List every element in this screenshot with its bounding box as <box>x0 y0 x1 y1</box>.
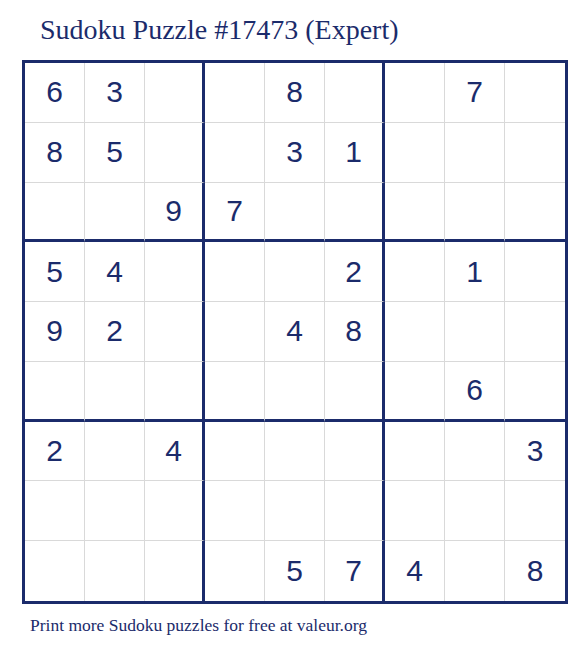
sudoku-cell <box>205 302 265 362</box>
sudoku-cell <box>445 422 505 482</box>
sudoku-cell <box>25 481 85 541</box>
sudoku-cell: 2 <box>85 302 145 362</box>
sudoku-cell <box>385 481 445 541</box>
sudoku-cell: 7 <box>205 183 265 243</box>
sudoku-board: 63878531975421924862435748 <box>22 60 568 604</box>
sudoku-cell <box>385 242 445 302</box>
sudoku-cell: 2 <box>25 422 85 482</box>
sudoku-cell: 4 <box>145 422 205 482</box>
sudoku-cell <box>505 362 565 422</box>
sudoku-cell: 8 <box>265 63 325 123</box>
sudoku-cell: 6 <box>445 362 505 422</box>
sudoku-cell: 3 <box>265 123 325 183</box>
sudoku-cell: 9 <box>145 183 205 243</box>
page-title: Sudoku Puzzle #17473 (Expert) <box>40 14 399 46</box>
sudoku-cell <box>505 123 565 183</box>
sudoku-cell <box>85 541 145 601</box>
sudoku-cell: 5 <box>85 123 145 183</box>
sudoku-cell <box>385 63 445 123</box>
sudoku-cell <box>325 183 385 243</box>
sudoku-cell: 2 <box>325 242 385 302</box>
sudoku-cell <box>85 422 145 482</box>
sudoku-cell: 3 <box>505 422 565 482</box>
sudoku-cell <box>445 123 505 183</box>
sudoku-cell <box>385 183 445 243</box>
sudoku-cell <box>265 422 325 482</box>
sudoku-cell <box>25 362 85 422</box>
sudoku-cell <box>505 302 565 362</box>
sudoku-cell <box>205 362 265 422</box>
sudoku-cell <box>385 422 445 482</box>
sudoku-cell: 8 <box>325 302 385 362</box>
sudoku-cell <box>205 481 265 541</box>
sudoku-cell <box>145 541 205 601</box>
sudoku-cell <box>205 123 265 183</box>
sudoku-cell <box>505 242 565 302</box>
sudoku-cell: 6 <box>25 63 85 123</box>
sudoku-cell: 9 <box>25 302 85 362</box>
sudoku-cell <box>265 481 325 541</box>
sudoku-cell <box>85 362 145 422</box>
sudoku-cell: 5 <box>25 242 85 302</box>
sudoku-cell <box>325 362 385 422</box>
sudoku-cell <box>445 481 505 541</box>
sudoku-cell <box>325 63 385 123</box>
sudoku-page: Sudoku Puzzle #17473 (Expert) 6387853197… <box>0 0 580 651</box>
footer-text: Print more Sudoku puzzles for free at va… <box>30 615 367 636</box>
sudoku-cell: 1 <box>445 242 505 302</box>
sudoku-cell <box>145 123 205 183</box>
sudoku-cell <box>505 63 565 123</box>
sudoku-cell <box>85 183 145 243</box>
sudoku-cell <box>205 63 265 123</box>
sudoku-cell: 1 <box>325 123 385 183</box>
sudoku-cell <box>145 302 205 362</box>
sudoku-cell <box>265 242 325 302</box>
sudoku-cell <box>505 183 565 243</box>
sudoku-cell <box>265 362 325 422</box>
sudoku-cell <box>445 183 505 243</box>
sudoku-cell <box>505 481 565 541</box>
sudoku-cell: 4 <box>265 302 325 362</box>
sudoku-cell: 4 <box>85 242 145 302</box>
sudoku-cell: 7 <box>325 541 385 601</box>
sudoku-cell <box>445 302 505 362</box>
sudoku-cell: 3 <box>85 63 145 123</box>
sudoku-cell <box>85 481 145 541</box>
sudoku-cell <box>385 123 445 183</box>
sudoku-cell: 7 <box>445 63 505 123</box>
sudoku-cell <box>265 183 325 243</box>
sudoku-cell: 8 <box>505 541 565 601</box>
sudoku-cell <box>325 422 385 482</box>
sudoku-cell <box>25 183 85 243</box>
sudoku-cell <box>325 481 385 541</box>
sudoku-cell <box>145 63 205 123</box>
sudoku-cell: 8 <box>25 123 85 183</box>
sudoku-cell <box>145 362 205 422</box>
sudoku-cell <box>145 481 205 541</box>
sudoku-cell <box>145 242 205 302</box>
sudoku-cell <box>445 541 505 601</box>
sudoku-cell <box>385 362 445 422</box>
sudoku-cell: 5 <box>265 541 325 601</box>
sudoku-cell <box>205 541 265 601</box>
sudoku-cell <box>205 422 265 482</box>
sudoku-cell: 4 <box>385 541 445 601</box>
sudoku-cell <box>205 242 265 302</box>
sudoku-cell <box>25 541 85 601</box>
sudoku-cell <box>385 302 445 362</box>
